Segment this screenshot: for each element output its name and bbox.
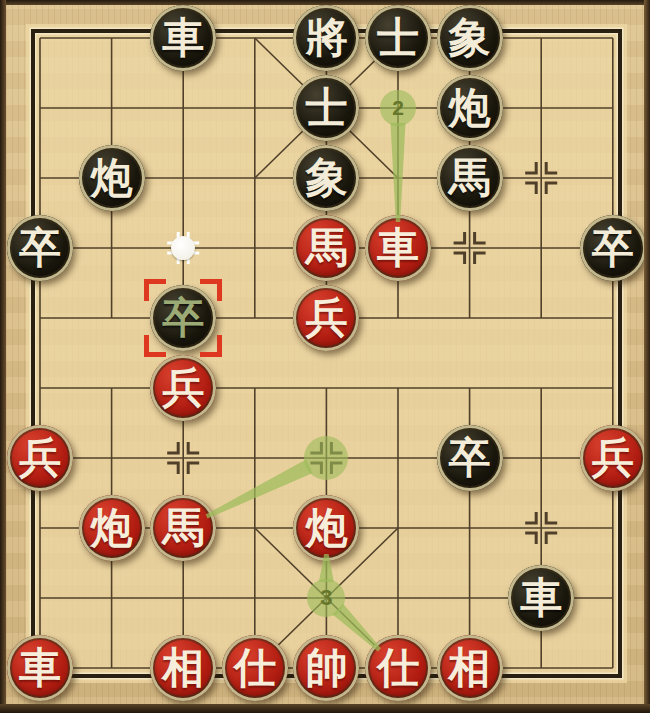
- piece-black-soldier[interactable]: 卒: [580, 215, 646, 281]
- piece-black-horse[interactable]: 馬: [437, 145, 503, 211]
- piece-black-chariot[interactable]: 車: [150, 5, 216, 71]
- xiangqi-app: 車將士象士炮炮象馬卒卒卒卒車馬車兵兵兵兵炮馬炮車相仕帥仕相 23: [0, 0, 650, 713]
- piece-black-general[interactable]: 將: [293, 5, 359, 71]
- piece-black-cannon[interactable]: 炮: [79, 145, 145, 211]
- piece-black-soldier[interactable]: 卒: [7, 215, 73, 281]
- piece-red-general[interactable]: 帥: [293, 635, 359, 701]
- piece-black-soldier[interactable]: 卒: [150, 285, 216, 351]
- piece-black-cannon[interactable]: 炮: [437, 75, 503, 141]
- piece-black-chariot[interactable]: 車: [508, 565, 574, 631]
- piece-red-horse[interactable]: 馬: [150, 495, 216, 561]
- piece-red-chariot[interactable]: 車: [365, 215, 431, 281]
- piece-red-soldier[interactable]: 兵: [293, 285, 359, 351]
- piece-black-advisor[interactable]: 士: [365, 5, 431, 71]
- piece-black-elephant[interactable]: 象: [293, 145, 359, 211]
- piece-red-elephant[interactable]: 相: [150, 635, 216, 701]
- piece-red-cannon[interactable]: 炮: [79, 495, 145, 561]
- piece-red-cannon[interactable]: 炮: [293, 495, 359, 561]
- piece-black-soldier[interactable]: 卒: [437, 425, 503, 491]
- piece-red-horse[interactable]: 馬: [293, 215, 359, 281]
- piece-red-elephant[interactable]: 相: [437, 635, 503, 701]
- piece-red-advisor[interactable]: 仕: [365, 635, 431, 701]
- piece-black-elephant[interactable]: 象: [437, 5, 503, 71]
- piece-red-soldier[interactable]: 兵: [7, 425, 73, 491]
- piece-red-advisor[interactable]: 仕: [222, 635, 288, 701]
- piece-red-soldier[interactable]: 兵: [580, 425, 646, 491]
- piece-red-chariot[interactable]: 車: [7, 635, 73, 701]
- piece-black-advisor[interactable]: 士: [293, 75, 359, 141]
- piece-red-soldier[interactable]: 兵: [150, 355, 216, 421]
